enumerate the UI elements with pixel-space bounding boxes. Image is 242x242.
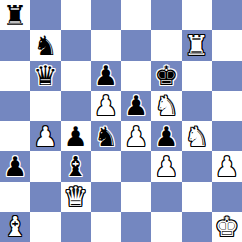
square-b7[interactable]: ♞ bbox=[30, 30, 60, 60]
square-e1[interactable] bbox=[121, 212, 151, 242]
square-b5[interactable] bbox=[30, 91, 60, 121]
square-c4[interactable]: ♟ bbox=[61, 121, 91, 151]
square-d7[interactable] bbox=[91, 30, 121, 60]
square-f1[interactable] bbox=[151, 212, 181, 242]
square-f7[interactable] bbox=[151, 30, 181, 60]
square-a7[interactable] bbox=[0, 30, 30, 60]
square-h3[interactable]: ♟ bbox=[212, 151, 242, 181]
piece-black-knight-d4[interactable]: ♞ bbox=[94, 123, 118, 150]
square-d6[interactable]: ♟ bbox=[91, 61, 121, 91]
piece-white-pawn-e4[interactable]: ♟ bbox=[124, 123, 148, 150]
piece-white-knight-g4[interactable]: ♞ bbox=[185, 123, 209, 150]
square-a5[interactable] bbox=[0, 91, 30, 121]
square-f3[interactable]: ♟ bbox=[151, 151, 181, 181]
square-g5[interactable] bbox=[182, 91, 212, 121]
square-d3[interactable] bbox=[91, 151, 121, 181]
square-h8[interactable] bbox=[212, 0, 242, 30]
piece-white-pawn-f3[interactable]: ♟ bbox=[154, 153, 178, 180]
piece-black-queen-b6[interactable]: ♛ bbox=[33, 62, 57, 89]
piece-white-pawn-d5[interactable]: ♟ bbox=[94, 92, 118, 119]
square-h6[interactable] bbox=[212, 61, 242, 91]
piece-white-queen-c2[interactable]: ♛ bbox=[64, 183, 88, 210]
square-g4[interactable]: ♞ bbox=[182, 121, 212, 151]
square-f5[interactable]: ♞ bbox=[151, 91, 181, 121]
square-b3[interactable] bbox=[30, 151, 60, 181]
piece-white-pawn-b4[interactable]: ♟ bbox=[33, 123, 57, 150]
chess-board: ♜♞♜♛♟♚♟♟♞♟♟♞♟♟♞♟♝♟♟♛♝♚ bbox=[0, 0, 242, 242]
square-f8[interactable] bbox=[151, 0, 181, 30]
square-f2[interactable] bbox=[151, 182, 181, 212]
piece-white-king-h1[interactable]: ♚ bbox=[215, 213, 239, 240]
square-a2[interactable] bbox=[0, 182, 30, 212]
piece-black-pawn-d6[interactable]: ♟ bbox=[94, 62, 118, 89]
square-e4[interactable]: ♟ bbox=[121, 121, 151, 151]
square-f4[interactable]: ♟ bbox=[151, 121, 181, 151]
square-c1[interactable] bbox=[61, 212, 91, 242]
square-d2[interactable] bbox=[91, 182, 121, 212]
square-b6[interactable]: ♛ bbox=[30, 61, 60, 91]
square-h2[interactable] bbox=[212, 182, 242, 212]
square-h5[interactable] bbox=[212, 91, 242, 121]
square-a4[interactable] bbox=[0, 121, 30, 151]
piece-black-king-f6[interactable]: ♚ bbox=[154, 62, 178, 89]
square-b2[interactable] bbox=[30, 182, 60, 212]
square-a1[interactable]: ♝ bbox=[0, 212, 30, 242]
piece-white-rook-g7[interactable]: ♜ bbox=[185, 32, 209, 59]
square-g7[interactable]: ♜ bbox=[182, 30, 212, 60]
square-h7[interactable] bbox=[212, 30, 242, 60]
square-a3[interactable]: ♟ bbox=[0, 151, 30, 181]
square-c7[interactable] bbox=[61, 30, 91, 60]
square-h1[interactable]: ♚ bbox=[212, 212, 242, 242]
square-b1[interactable] bbox=[30, 212, 60, 242]
square-e2[interactable] bbox=[121, 182, 151, 212]
square-d5[interactable]: ♟ bbox=[91, 91, 121, 121]
square-g1[interactable] bbox=[182, 212, 212, 242]
square-g8[interactable] bbox=[182, 0, 212, 30]
square-d4[interactable]: ♞ bbox=[91, 121, 121, 151]
square-e3[interactable] bbox=[121, 151, 151, 181]
square-c6[interactable] bbox=[61, 61, 91, 91]
piece-black-pawn-c4[interactable]: ♟ bbox=[64, 123, 88, 150]
square-c8[interactable] bbox=[61, 0, 91, 30]
square-e6[interactable] bbox=[121, 61, 151, 91]
square-b8[interactable] bbox=[30, 0, 60, 30]
square-g6[interactable] bbox=[182, 61, 212, 91]
piece-black-pawn-a3[interactable]: ♟ bbox=[3, 153, 27, 180]
square-a6[interactable] bbox=[0, 61, 30, 91]
square-a8[interactable]: ♜ bbox=[0, 0, 30, 30]
piece-black-knight-b7[interactable]: ♞ bbox=[33, 32, 57, 59]
piece-white-bishop-a1[interactable]: ♝ bbox=[3, 213, 27, 240]
square-h4[interactable] bbox=[212, 121, 242, 151]
piece-black-pawn-f4[interactable]: ♟ bbox=[154, 123, 178, 150]
square-e5[interactable]: ♟ bbox=[121, 91, 151, 121]
square-e7[interactable] bbox=[121, 30, 151, 60]
square-d1[interactable] bbox=[91, 212, 121, 242]
square-c3[interactable]: ♝ bbox=[61, 151, 91, 181]
square-c5[interactable] bbox=[61, 91, 91, 121]
square-d8[interactable] bbox=[91, 0, 121, 30]
square-b4[interactable]: ♟ bbox=[30, 121, 60, 151]
piece-black-bishop-c3[interactable]: ♝ bbox=[64, 153, 88, 180]
square-f6[interactable]: ♚ bbox=[151, 61, 181, 91]
square-g2[interactable] bbox=[182, 182, 212, 212]
square-e8[interactable] bbox=[121, 0, 151, 30]
piece-black-rook-a8[interactable]: ♜ bbox=[3, 2, 27, 29]
piece-white-pawn-h3[interactable]: ♟ bbox=[215, 153, 239, 180]
square-c2[interactable]: ♛ bbox=[61, 182, 91, 212]
piece-white-knight-f5[interactable]: ♞ bbox=[154, 92, 178, 119]
square-g3[interactable] bbox=[182, 151, 212, 181]
piece-black-pawn-e5[interactable]: ♟ bbox=[124, 92, 148, 119]
